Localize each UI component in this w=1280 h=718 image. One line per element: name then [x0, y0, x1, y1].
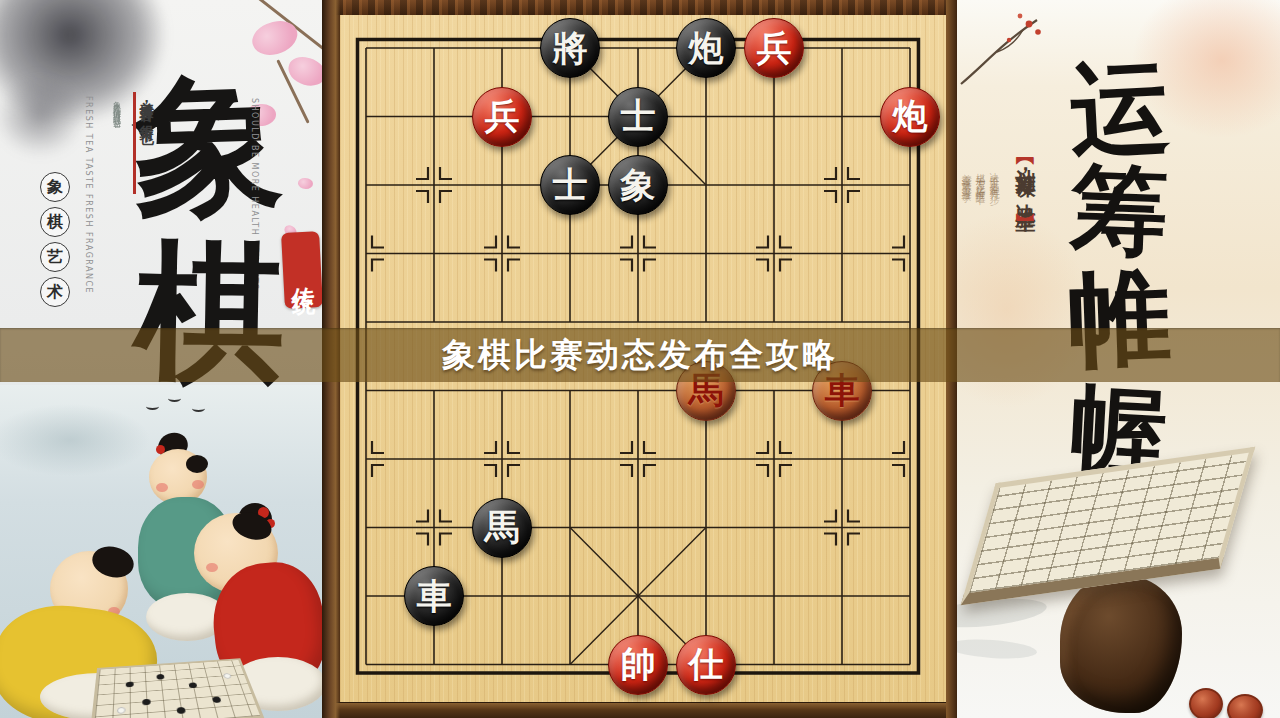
piece-black-elephant[interactable]: 象	[608, 155, 668, 215]
piece-black-advisor[interactable]: 士	[608, 87, 668, 147]
title-banner: 象棋比赛动态发布全攻略	[0, 328, 1280, 382]
piece-black-general[interactable]: 將	[540, 18, 600, 78]
piece-red-advisor[interactable]: 仕	[676, 635, 736, 695]
piece-black-cannon[interactable]: 炮	[676, 18, 736, 78]
piece-black-horse[interactable]: 馬	[472, 498, 532, 558]
piece-red-general[interactable]: 帥	[608, 635, 668, 695]
piece-red-cannon[interactable]: 炮	[880, 87, 940, 147]
piece-black-chariot[interactable]: 車	[404, 566, 464, 626]
piece-red-soldier[interactable]: 兵	[744, 18, 804, 78]
piece-red-soldier[interactable]: 兵	[472, 87, 532, 147]
kids-game-board	[90, 658, 264, 718]
piece-black-advisor[interactable]: 士	[540, 155, 600, 215]
screenshot-stage: 象 棋 善博弈者，得天下也 象之先导 怡情养性 明理益智 FRESH TEA T…	[0, 0, 1280, 718]
page-title: 象棋比赛动态发布全攻略	[0, 328, 1280, 382]
fallen-piece	[1227, 694, 1263, 718]
fallen-piece	[1189, 688, 1223, 718]
